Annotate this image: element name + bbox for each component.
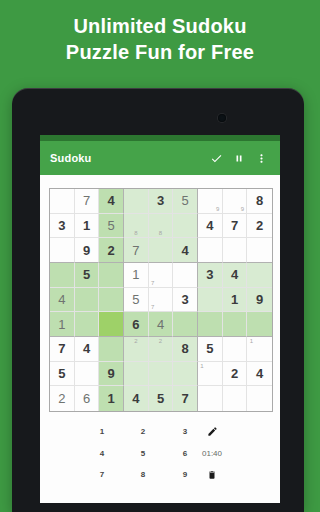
- check-icon[interactable]: [210, 152, 223, 165]
- cell-r8c2[interactable]: [75, 362, 100, 387]
- cell-r9c4[interactable]: 4: [124, 386, 149, 411]
- given-digit: 4: [256, 367, 263, 380]
- user-digit: 6: [83, 392, 90, 405]
- pencil-icon[interactable]: [200, 421, 224, 443]
- given-digit: 9: [83, 244, 90, 257]
- headline-line-1: Unlimited Sudoku: [0, 13, 320, 39]
- user-digit: 5: [182, 194, 189, 207]
- given-digit: 4: [108, 194, 115, 207]
- given-digit: 9: [256, 293, 263, 306]
- cell-r1c7[interactable]: 9: [198, 189, 223, 214]
- given-digit: 3: [206, 268, 213, 281]
- cell-r6c4[interactable]: 6: [124, 312, 149, 337]
- game-timer: 01:40: [200, 443, 224, 465]
- cell-r3c3[interactable]: 2: [99, 238, 124, 263]
- given-digit: 4: [206, 219, 213, 232]
- cell-r6c8[interactable]: [223, 312, 248, 337]
- given-digit: 5: [58, 367, 65, 380]
- numpad-row-2: 01:40 456: [90, 443, 230, 465]
- promo-background: Unlimited Sudoku Puzzle Fun for Free Sud…: [0, 0, 320, 512]
- given-digit: 8: [182, 342, 189, 355]
- cell-r9c5[interactable]: 5: [149, 386, 174, 411]
- pencil-note: 9: [214, 205, 222, 213]
- cell-r7c4[interactable]: 2: [124, 337, 149, 362]
- user-digit: 5: [132, 293, 139, 306]
- cell-r5c1[interactable]: 4: [50, 288, 75, 313]
- pencil-note: 8: [132, 229, 140, 237]
- pencil-note: 2: [157, 337, 165, 345]
- appbar-actions: [210, 152, 268, 165]
- cell-r9c8[interactable]: [223, 386, 248, 411]
- cell-r5c3[interactable]: [99, 288, 124, 313]
- given-digit: 3: [58, 219, 65, 232]
- cell-r6c3[interactable]: [99, 312, 124, 337]
- cell-r4c2[interactable]: 5: [75, 263, 100, 288]
- cell-r5c2[interactable]: [75, 288, 100, 313]
- cell-r4c8[interactable]: 4: [223, 263, 248, 288]
- cell-r9c6[interactable]: 7: [173, 386, 198, 411]
- cell-r2c9[interactable]: 2: [247, 214, 272, 239]
- cell-r2c6[interactable]: [173, 214, 198, 239]
- cell-r2c3[interactable]: 5: [99, 214, 124, 239]
- given-digit: 4: [231, 268, 238, 281]
- given-digit: 5: [83, 268, 90, 281]
- tablet-device: Sudoku 743599831588472927451734457319164…: [12, 88, 304, 512]
- cell-r7c2[interactable]: 4: [75, 337, 100, 362]
- pencil-note: 7: [149, 279, 157, 287]
- given-digit: 1: [108, 392, 115, 405]
- given-digit: 2: [256, 219, 263, 232]
- cell-r8c6[interactable]: [173, 362, 198, 387]
- cell-r7c5[interactable]: 2: [149, 337, 174, 362]
- cell-r9c1[interactable]: 2: [50, 386, 75, 411]
- numpad-digit-7[interactable]: 7: [90, 464, 114, 486]
- cell-r5c9[interactable]: 9: [247, 288, 272, 313]
- pencil-note: 7: [149, 303, 157, 311]
- cell-r5c4[interactable]: 5: [124, 288, 149, 313]
- cell-r4c5[interactable]: 7: [149, 263, 174, 288]
- given-digit: 4: [182, 244, 189, 257]
- user-digit: 7: [132, 244, 139, 257]
- cell-r8c5[interactable]: [149, 362, 174, 387]
- promo-headline: Unlimited Sudoku Puzzle Fun for Free: [0, 13, 320, 65]
- cell-r9c7[interactable]: [198, 386, 223, 411]
- cell-r1c3[interactable]: 4: [99, 189, 124, 214]
- numpad-digit-9[interactable]: 9: [173, 464, 197, 486]
- cell-r8c8[interactable]: 2: [223, 362, 248, 387]
- cell-r6c5[interactable]: 4: [149, 312, 174, 337]
- cell-r1c5[interactable]: 3: [149, 189, 174, 214]
- given-digit: 2: [108, 244, 115, 257]
- cell-r5c6[interactable]: 3: [173, 288, 198, 313]
- given-digit: 5: [157, 392, 164, 405]
- cell-r2c4[interactable]: 8: [124, 214, 149, 239]
- cell-r5c7[interactable]: [198, 288, 223, 313]
- cell-r4c6[interactable]: [173, 263, 198, 288]
- pause-icon[interactable]: [234, 153, 244, 164]
- pencil-note: 9: [238, 205, 246, 213]
- cell-r4c4[interactable]: 1: [124, 263, 149, 288]
- cell-r8c3[interactable]: 9: [99, 362, 124, 387]
- numpad-digit-6[interactable]: 6: [173, 443, 197, 465]
- given-digit: 7: [182, 392, 189, 405]
- given-digit: 5: [206, 342, 213, 355]
- cell-r3c8[interactable]: [223, 238, 248, 263]
- sudoku-board: 7435998315884729274517344573191647422851…: [49, 188, 273, 412]
- cell-r7c8[interactable]: [223, 337, 248, 362]
- given-digit: 2: [231, 367, 238, 380]
- user-digit: 1: [132, 268, 139, 281]
- numpad-digit-3[interactable]: 3: [173, 421, 197, 443]
- cell-r7c7[interactable]: 5: [198, 337, 223, 362]
- cell-r2c2[interactable]: 1: [75, 214, 100, 239]
- cell-r1c8[interactable]: 9: [223, 189, 248, 214]
- user-digit: 7: [83, 194, 90, 207]
- cell-r6c6[interactable]: [173, 312, 198, 337]
- cell-r4c3[interactable]: [99, 263, 124, 288]
- pencil-note: 1: [247, 337, 255, 345]
- cell-r8c4[interactable]: [124, 362, 149, 387]
- cell-r6c7[interactable]: [198, 312, 223, 337]
- cell-r1c9[interactable]: 8: [247, 189, 272, 214]
- numpad-row-1: 123: [90, 421, 230, 443]
- cell-r8c9[interactable]: 4: [247, 362, 272, 387]
- user-digit: 4: [157, 318, 164, 331]
- cell-r4c9[interactable]: [247, 263, 272, 288]
- numpad-digit-1[interactable]: 1: [90, 421, 114, 443]
- cell-r1c6[interactable]: 5: [173, 189, 198, 214]
- cell-r3c5[interactable]: [149, 238, 174, 263]
- cell-r3c6[interactable]: 4: [173, 238, 198, 263]
- user-digit: 1: [58, 318, 65, 331]
- cell-r1c2[interactable]: 7: [75, 189, 100, 214]
- numpad-digit-5[interactable]: 5: [131, 443, 155, 465]
- cell-r6c1[interactable]: 1: [50, 312, 75, 337]
- app-screen: Sudoku 743599831588472927451734457319164…: [40, 135, 280, 503]
- given-digit: 3: [157, 194, 164, 207]
- numpad-digit-4[interactable]: 4: [90, 443, 114, 465]
- cell-r1c1[interactable]: [50, 189, 75, 214]
- pencil-note: 8: [157, 229, 165, 237]
- app-bar: Sudoku: [40, 141, 280, 175]
- cell-r9c3[interactable]: 1: [99, 386, 124, 411]
- user-digit: 4: [58, 293, 65, 306]
- cell-r2c1[interactable]: 3: [50, 214, 75, 239]
- user-digit: 5: [108, 219, 115, 232]
- cell-r1c4[interactable]: [124, 189, 149, 214]
- given-digit: 3: [182, 293, 189, 306]
- number-pad: 123 01:40 456 789: [90, 421, 230, 486]
- given-digit: 7: [231, 219, 238, 232]
- cell-r6c9[interactable]: [247, 312, 272, 337]
- cell-r7c9[interactable]: 1: [247, 337, 272, 362]
- cell-r7c3[interactable]: [99, 337, 124, 362]
- given-digit: 1: [231, 293, 238, 306]
- cell-r9c9[interactable]: [247, 386, 272, 411]
- given-digit: 6: [132, 318, 139, 331]
- cell-r7c6[interactable]: 8: [173, 337, 198, 362]
- cell-r6c2[interactable]: [75, 312, 100, 337]
- cell-r3c9[interactable]: [247, 238, 272, 263]
- cell-r7c1[interactable]: 7: [50, 337, 75, 362]
- cell-r5c8[interactable]: 1: [223, 288, 248, 313]
- numpad-digit-8[interactable]: 8: [131, 464, 155, 486]
- cell-r2c8[interactable]: 7: [223, 214, 248, 239]
- numpad-digit-2[interactable]: 2: [131, 421, 155, 443]
- cell-r5c5[interactable]: 7: [149, 288, 174, 313]
- cell-r8c1[interactable]: 5: [50, 362, 75, 387]
- app-title: Sudoku: [50, 152, 210, 164]
- given-digit: 4: [83, 342, 90, 355]
- overflow-menu-icon[interactable]: [255, 152, 268, 165]
- headline-line-2: Puzzle Fun for Free: [0, 39, 320, 65]
- pencil-note: 2: [132, 337, 140, 345]
- cell-r4c7[interactable]: 3: [198, 263, 223, 288]
- cell-r8c7[interactable]: 1: [198, 362, 223, 387]
- given-digit: 8: [256, 194, 263, 207]
- camera-dot: [218, 114, 226, 122]
- cell-r2c5[interactable]: 8: [149, 214, 174, 239]
- cell-r3c2[interactable]: 9: [75, 238, 100, 263]
- numpad-row-3: 789: [90, 464, 230, 486]
- given-digit: 4: [132, 392, 139, 405]
- cell-r9c2[interactable]: 6: [75, 386, 100, 411]
- trash-icon[interactable]: [200, 464, 224, 486]
- cell-r3c1[interactable]: [50, 238, 75, 263]
- given-digit: 9: [108, 367, 115, 380]
- given-digit: 7: [58, 342, 65, 355]
- cell-r2c7[interactable]: 4: [198, 214, 223, 239]
- given-digit: 1: [83, 219, 90, 232]
- cell-r3c4[interactable]: 7: [124, 238, 149, 263]
- pencil-note: 1: [198, 362, 206, 370]
- cell-r3c7[interactable]: [198, 238, 223, 263]
- cell-r4c1[interactable]: [50, 263, 75, 288]
- user-digit: 2: [58, 392, 65, 405]
